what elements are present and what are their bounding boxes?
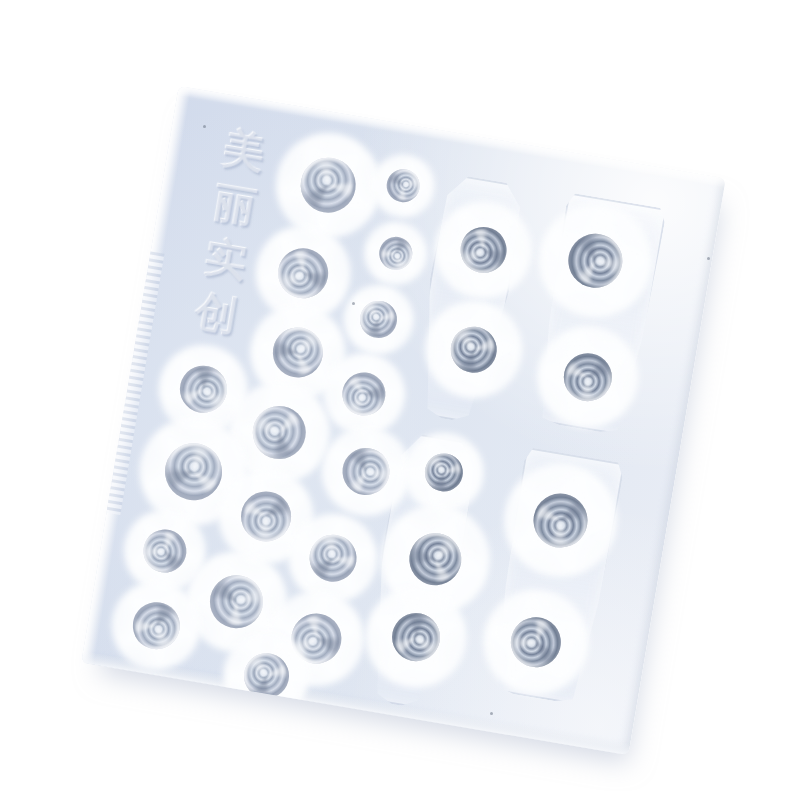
dust-speck <box>352 302 355 305</box>
embossed-character: 美 <box>219 121 270 182</box>
dust-speck <box>707 257 710 260</box>
embossed-character: 创 <box>192 283 243 344</box>
photo-scene: 美丽实创 <box>0 0 800 800</box>
embossed-brand-text: 美丽实创 <box>190 120 272 345</box>
embossed-character: 实 <box>201 229 252 290</box>
dust-speck <box>203 125 206 128</box>
embossed-character: 丽 <box>210 175 261 236</box>
dust-speck <box>490 712 493 715</box>
silicone-mold: 美丽实创 <box>81 86 726 755</box>
